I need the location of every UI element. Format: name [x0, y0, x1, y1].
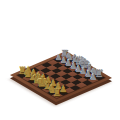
chess-set-photo: ♜♞♝♛♚♝♞♜♟♟♟♟♟♟♟♟♟♟♟♟♟♟♟♟♜♞♝♛♚♝♞♜ — [0, 0, 120, 120]
piece-gold-rook-h1[interactable]: ♜ — [52, 87, 62, 98]
piece-silver-pawn-h7[interactable]: ♟ — [89, 73, 97, 82]
